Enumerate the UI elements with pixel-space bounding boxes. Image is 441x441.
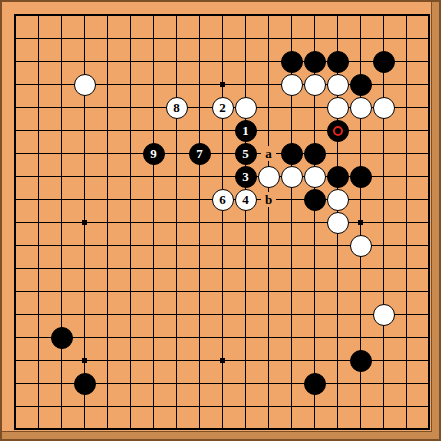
star-point <box>220 82 225 87</box>
point-label-b: b <box>261 192 276 207</box>
stone-white <box>304 74 326 96</box>
star-point <box>82 358 87 363</box>
stone-white-move-8: 8 <box>166 97 188 119</box>
stone-white <box>350 97 372 119</box>
stone-black <box>327 166 349 188</box>
stone-black-move-5: 5 <box>235 143 257 165</box>
circle-marker <box>333 126 343 136</box>
stone-black <box>51 327 73 349</box>
stone-black <box>350 350 372 372</box>
star-point <box>82 220 87 225</box>
stone-black <box>327 51 349 73</box>
stone-white <box>258 166 280 188</box>
stone-white <box>327 212 349 234</box>
stone-black <box>304 373 326 395</box>
stone-white <box>327 74 349 96</box>
stone-white <box>327 189 349 211</box>
stone-black <box>304 189 326 211</box>
stone-white <box>235 97 257 119</box>
stone-black-move-7: 7 <box>189 143 211 165</box>
stone-white <box>74 74 96 96</box>
stone-black <box>350 74 372 96</box>
go-diagram: 821975364ab <box>0 0 441 441</box>
point-label-a: a <box>261 146 276 161</box>
go-board: 821975364ab <box>0 0 441 441</box>
stone-black-marked <box>327 120 349 142</box>
stone-black <box>281 143 303 165</box>
stone-white <box>327 97 349 119</box>
stone-white <box>373 304 395 326</box>
stone-white-move-2: 2 <box>212 97 234 119</box>
stone-black-move-3: 3 <box>235 166 257 188</box>
stone-black <box>304 51 326 73</box>
stone-white <box>281 166 303 188</box>
stone-white <box>281 74 303 96</box>
star-point <box>358 220 363 225</box>
stone-black <box>74 373 96 395</box>
stone-white <box>304 166 326 188</box>
stone-white-move-4: 4 <box>235 189 257 211</box>
stone-white-move-6: 6 <box>212 189 234 211</box>
stone-black <box>350 166 372 188</box>
stone-white <box>350 235 372 257</box>
stone-black <box>373 51 395 73</box>
star-point <box>220 358 225 363</box>
stone-black-move-1: 1 <box>235 120 257 142</box>
stone-black-move-9: 9 <box>143 143 165 165</box>
stone-black <box>304 143 326 165</box>
stone-black <box>281 51 303 73</box>
stone-white <box>373 97 395 119</box>
